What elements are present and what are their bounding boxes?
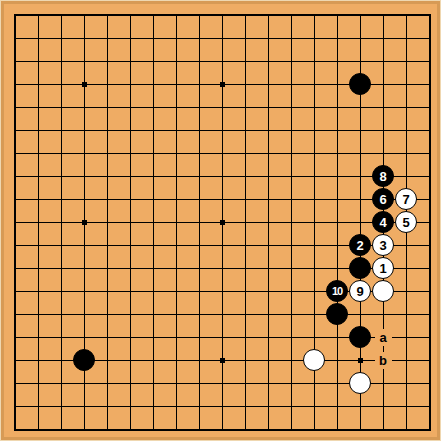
stone-white-o4 bbox=[303, 349, 325, 371]
hoshi-point bbox=[211, 211, 234, 234]
intersection-r7 bbox=[372, 280, 395, 303]
stone-black-q5 bbox=[349, 326, 371, 348]
move-1-stone-white-r8: 1 bbox=[372, 257, 394, 279]
move-5-stone-white-s10: 5 bbox=[395, 211, 417, 233]
intersection-q3 bbox=[349, 372, 372, 395]
intersection-q9: 2 bbox=[349, 234, 372, 257]
stone-black-p6 bbox=[326, 303, 348, 325]
stone-black-q16 bbox=[349, 73, 371, 95]
move-9-stone-white-q7: 9 bbox=[349, 280, 371, 302]
move-8-stone-black-r12: 8 bbox=[372, 165, 394, 187]
hoshi-point bbox=[349, 349, 372, 372]
move-6-stone-black-r11: 6 bbox=[372, 188, 394, 210]
intersection-r12: 8 bbox=[372, 165, 395, 188]
point-label-a: a bbox=[375, 329, 392, 346]
stone-black-d4 bbox=[73, 349, 95, 371]
labeled-point-b: b bbox=[372, 349, 395, 372]
hoshi-point bbox=[73, 211, 96, 234]
intersection-r10: 4 bbox=[372, 211, 395, 234]
intersection-q5 bbox=[349, 326, 372, 349]
point-label-b: b bbox=[375, 352, 392, 369]
intersection-d4 bbox=[73, 349, 96, 372]
intersection-r9: 3 bbox=[372, 234, 395, 257]
labeled-point-a: a bbox=[372, 326, 395, 349]
intersection-q8 bbox=[349, 257, 372, 280]
hoshi-point bbox=[211, 349, 234, 372]
stone-white-q3 bbox=[349, 372, 371, 394]
intersection-o4 bbox=[303, 349, 326, 372]
hoshi-marker bbox=[220, 358, 225, 363]
hoshi-marker bbox=[220, 220, 225, 225]
hoshi-marker bbox=[82, 220, 87, 225]
intersection-s11: 7 bbox=[395, 188, 418, 211]
intersection-q7: 9 bbox=[349, 280, 372, 303]
intersection-r8: 1 bbox=[372, 257, 395, 280]
board-intersection-grid: 86745231109ab bbox=[4, 4, 441, 441]
move-3-stone-white-r9: 3 bbox=[372, 234, 394, 256]
hoshi-marker bbox=[358, 358, 363, 363]
hoshi-marker bbox=[82, 82, 87, 87]
intersection-p7: 10 bbox=[326, 280, 349, 303]
stone-black-q8 bbox=[349, 257, 371, 279]
go-board-diagram: 86745231109ab bbox=[0, 0, 441, 441]
move-4-stone-black-r10: 4 bbox=[372, 211, 394, 233]
intersection-r11: 6 bbox=[372, 188, 395, 211]
move-7-stone-white-s11: 7 bbox=[395, 188, 417, 210]
intersection-s10: 5 bbox=[395, 211, 418, 234]
hoshi-marker bbox=[220, 82, 225, 87]
stone-white-r7 bbox=[372, 280, 394, 302]
intersection-q16 bbox=[349, 73, 372, 96]
hoshi-point bbox=[211, 73, 234, 96]
intersection-p6 bbox=[326, 303, 349, 326]
hoshi-point bbox=[73, 73, 96, 96]
move-2-stone-black-q9: 2 bbox=[349, 234, 371, 256]
move-10-stone-black-p7: 10 bbox=[326, 280, 348, 302]
